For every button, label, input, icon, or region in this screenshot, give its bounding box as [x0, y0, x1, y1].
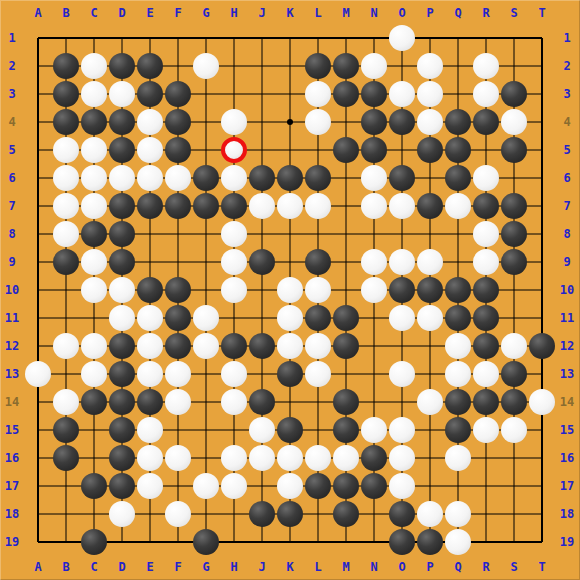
intersection-O11[interactable]	[388, 304, 416, 332]
intersection-J1[interactable]	[248, 24, 276, 52]
intersection-D5[interactable]	[108, 136, 136, 164]
intersection-C12[interactable]	[80, 332, 108, 360]
intersection-R14[interactable]	[472, 388, 500, 416]
intersection-K3[interactable]	[276, 80, 304, 108]
intersection-J16[interactable]	[248, 444, 276, 472]
intersection-T5[interactable]	[528, 136, 556, 164]
intersection-D9[interactable]	[108, 248, 136, 276]
intersection-P8[interactable]	[416, 220, 444, 248]
intersection-T2[interactable]	[528, 52, 556, 80]
intersection-K4[interactable]	[276, 108, 304, 136]
intersection-L12[interactable]	[304, 332, 332, 360]
intersection-H10[interactable]	[220, 276, 248, 304]
intersection-H11[interactable]	[220, 304, 248, 332]
intersection-N15[interactable]	[360, 416, 388, 444]
intersection-K7[interactable]	[276, 192, 304, 220]
intersection-K16[interactable]	[276, 444, 304, 472]
intersection-B13[interactable]	[52, 360, 80, 388]
intersection-O4[interactable]	[388, 108, 416, 136]
intersection-G11[interactable]	[192, 304, 220, 332]
intersection-L16[interactable]	[304, 444, 332, 472]
intersection-H8[interactable]	[220, 220, 248, 248]
intersection-J19[interactable]	[248, 528, 276, 556]
intersection-C10[interactable]	[80, 276, 108, 304]
intersection-P19[interactable]	[416, 528, 444, 556]
intersection-M5[interactable]	[332, 136, 360, 164]
intersection-A10[interactable]	[24, 276, 52, 304]
intersection-R4[interactable]	[472, 108, 500, 136]
intersection-G1[interactable]	[192, 24, 220, 52]
intersection-E3[interactable]	[136, 80, 164, 108]
intersection-O18[interactable]	[388, 500, 416, 528]
intersection-R1[interactable]	[472, 24, 500, 52]
intersection-M15[interactable]	[332, 416, 360, 444]
intersection-Q9[interactable]	[444, 248, 472, 276]
intersection-R3[interactable]	[472, 80, 500, 108]
intersection-B3[interactable]	[52, 80, 80, 108]
intersection-T18[interactable]	[528, 500, 556, 528]
intersection-O8[interactable]	[388, 220, 416, 248]
intersection-S13[interactable]	[500, 360, 528, 388]
intersection-L4[interactable]	[304, 108, 332, 136]
intersection-G19[interactable]	[192, 528, 220, 556]
intersection-L6[interactable]	[304, 164, 332, 192]
intersection-L8[interactable]	[304, 220, 332, 248]
intersection-F8[interactable]	[164, 220, 192, 248]
intersection-K19[interactable]	[276, 528, 304, 556]
intersection-M3[interactable]	[332, 80, 360, 108]
intersection-M14[interactable]	[332, 388, 360, 416]
intersection-B15[interactable]	[52, 416, 80, 444]
intersection-F3[interactable]	[164, 80, 192, 108]
intersection-T19[interactable]	[528, 528, 556, 556]
intersection-E13[interactable]	[136, 360, 164, 388]
intersection-J5[interactable]	[248, 136, 276, 164]
intersection-J10[interactable]	[248, 276, 276, 304]
intersection-S1[interactable]	[500, 24, 528, 52]
intersection-L14[interactable]	[304, 388, 332, 416]
intersection-O1[interactable]	[388, 24, 416, 52]
intersection-G12[interactable]	[192, 332, 220, 360]
intersection-S7[interactable]	[500, 192, 528, 220]
intersection-J13[interactable]	[248, 360, 276, 388]
intersection-A5[interactable]	[24, 136, 52, 164]
intersection-H3[interactable]	[220, 80, 248, 108]
intersection-F11[interactable]	[164, 304, 192, 332]
intersection-P15[interactable]	[416, 416, 444, 444]
intersection-T15[interactable]	[528, 416, 556, 444]
intersection-P10[interactable]	[416, 276, 444, 304]
intersection-K8[interactable]	[276, 220, 304, 248]
intersection-D3[interactable]	[108, 80, 136, 108]
intersection-E1[interactable]	[136, 24, 164, 52]
intersection-T6[interactable]	[528, 164, 556, 192]
intersection-F17[interactable]	[164, 472, 192, 500]
intersection-H4[interactable]	[220, 108, 248, 136]
intersection-C5[interactable]	[80, 136, 108, 164]
intersection-P13[interactable]	[416, 360, 444, 388]
intersection-A8[interactable]	[24, 220, 52, 248]
intersection-S11[interactable]	[500, 304, 528, 332]
intersection-E19[interactable]	[136, 528, 164, 556]
intersection-B14[interactable]	[52, 388, 80, 416]
intersection-R10[interactable]	[472, 276, 500, 304]
intersection-B8[interactable]	[52, 220, 80, 248]
intersection-T14[interactable]	[528, 388, 556, 416]
intersection-M18[interactable]	[332, 500, 360, 528]
intersection-T1[interactable]	[528, 24, 556, 52]
intersection-O10[interactable]	[388, 276, 416, 304]
intersection-T17[interactable]	[528, 472, 556, 500]
intersection-E7[interactable]	[136, 192, 164, 220]
intersection-O9[interactable]	[388, 248, 416, 276]
intersection-D1[interactable]	[108, 24, 136, 52]
intersection-S6[interactable]	[500, 164, 528, 192]
intersection-R8[interactable]	[472, 220, 500, 248]
intersection-J9[interactable]	[248, 248, 276, 276]
intersection-Q19[interactable]	[444, 528, 472, 556]
intersection-P7[interactable]	[416, 192, 444, 220]
intersection-A9[interactable]	[24, 248, 52, 276]
intersection-E15[interactable]	[136, 416, 164, 444]
intersection-N4[interactable]	[360, 108, 388, 136]
intersection-R5[interactable]	[472, 136, 500, 164]
intersection-M9[interactable]	[332, 248, 360, 276]
intersection-P4[interactable]	[416, 108, 444, 136]
intersection-C16[interactable]	[80, 444, 108, 472]
intersection-O14[interactable]	[388, 388, 416, 416]
intersection-A3[interactable]	[24, 80, 52, 108]
intersection-A17[interactable]	[24, 472, 52, 500]
intersection-G6[interactable]	[192, 164, 220, 192]
intersection-N11[interactable]	[360, 304, 388, 332]
intersection-S19[interactable]	[500, 528, 528, 556]
intersection-G14[interactable]	[192, 388, 220, 416]
intersection-R6[interactable]	[472, 164, 500, 192]
intersection-B17[interactable]	[52, 472, 80, 500]
intersection-O3[interactable]	[388, 80, 416, 108]
intersection-S16[interactable]	[500, 444, 528, 472]
intersection-B6[interactable]	[52, 164, 80, 192]
intersection-N7[interactable]	[360, 192, 388, 220]
intersection-J17[interactable]	[248, 472, 276, 500]
intersection-Q18[interactable]	[444, 500, 472, 528]
intersection-S15[interactable]	[500, 416, 528, 444]
intersection-A4[interactable]	[24, 108, 52, 136]
intersection-S10[interactable]	[500, 276, 528, 304]
intersection-Q16[interactable]	[444, 444, 472, 472]
intersection-O13[interactable]	[388, 360, 416, 388]
intersection-A16[interactable]	[24, 444, 52, 472]
intersection-L17[interactable]	[304, 472, 332, 500]
intersection-F15[interactable]	[164, 416, 192, 444]
intersection-M16[interactable]	[332, 444, 360, 472]
intersection-P2[interactable]	[416, 52, 444, 80]
intersection-D7[interactable]	[108, 192, 136, 220]
intersection-D18[interactable]	[108, 500, 136, 528]
intersection-C4[interactable]	[80, 108, 108, 136]
intersection-E5[interactable]	[136, 136, 164, 164]
intersection-N3[interactable]	[360, 80, 388, 108]
intersection-L9[interactable]	[304, 248, 332, 276]
intersection-H17[interactable]	[220, 472, 248, 500]
intersection-K12[interactable]	[276, 332, 304, 360]
intersection-C18[interactable]	[80, 500, 108, 528]
intersection-M17[interactable]	[332, 472, 360, 500]
intersection-D2[interactable]	[108, 52, 136, 80]
intersection-L18[interactable]	[304, 500, 332, 528]
intersection-J18[interactable]	[248, 500, 276, 528]
intersection-K9[interactable]	[276, 248, 304, 276]
intersection-L2[interactable]	[304, 52, 332, 80]
intersection-B18[interactable]	[52, 500, 80, 528]
intersection-L11[interactable]	[304, 304, 332, 332]
intersection-O17[interactable]	[388, 472, 416, 500]
intersection-D4[interactable]	[108, 108, 136, 136]
intersection-B12[interactable]	[52, 332, 80, 360]
intersection-C1[interactable]	[80, 24, 108, 52]
intersection-P11[interactable]	[416, 304, 444, 332]
intersection-G18[interactable]	[192, 500, 220, 528]
intersection-A1[interactable]	[24, 24, 52, 52]
intersection-H19[interactable]	[220, 528, 248, 556]
intersection-E12[interactable]	[136, 332, 164, 360]
intersection-Q10[interactable]	[444, 276, 472, 304]
intersection-F18[interactable]	[164, 500, 192, 528]
intersection-M13[interactable]	[332, 360, 360, 388]
intersection-B7[interactable]	[52, 192, 80, 220]
intersection-R19[interactable]	[472, 528, 500, 556]
intersection-L5[interactable]	[304, 136, 332, 164]
intersection-F16[interactable]	[164, 444, 192, 472]
intersection-N5[interactable]	[360, 136, 388, 164]
intersection-S14[interactable]	[500, 388, 528, 416]
intersection-C6[interactable]	[80, 164, 108, 192]
intersection-O6[interactable]	[388, 164, 416, 192]
intersection-C2[interactable]	[80, 52, 108, 80]
intersection-E8[interactable]	[136, 220, 164, 248]
intersection-G17[interactable]	[192, 472, 220, 500]
intersection-E10[interactable]	[136, 276, 164, 304]
intersection-P5[interactable]	[416, 136, 444, 164]
intersection-A14[interactable]	[24, 388, 52, 416]
intersection-E16[interactable]	[136, 444, 164, 472]
intersection-R12[interactable]	[472, 332, 500, 360]
intersection-E9[interactable]	[136, 248, 164, 276]
intersection-Q5[interactable]	[444, 136, 472, 164]
intersection-B5[interactable]	[52, 136, 80, 164]
intersection-P1[interactable]	[416, 24, 444, 52]
intersection-Q6[interactable]	[444, 164, 472, 192]
intersection-B10[interactable]	[52, 276, 80, 304]
intersection-T7[interactable]	[528, 192, 556, 220]
intersection-F7[interactable]	[164, 192, 192, 220]
intersection-C19[interactable]	[80, 528, 108, 556]
intersection-Q8[interactable]	[444, 220, 472, 248]
intersection-J3[interactable]	[248, 80, 276, 108]
intersection-F10[interactable]	[164, 276, 192, 304]
intersection-Q17[interactable]	[444, 472, 472, 500]
intersection-R9[interactable]	[472, 248, 500, 276]
intersection-Q11[interactable]	[444, 304, 472, 332]
intersection-O12[interactable]	[388, 332, 416, 360]
intersection-Q7[interactable]	[444, 192, 472, 220]
intersection-P14[interactable]	[416, 388, 444, 416]
intersection-S12[interactable]	[500, 332, 528, 360]
intersection-S8[interactable]	[500, 220, 528, 248]
intersection-G16[interactable]	[192, 444, 220, 472]
intersection-A13[interactable]	[24, 360, 52, 388]
intersection-G15[interactable]	[192, 416, 220, 444]
intersection-F12[interactable]	[164, 332, 192, 360]
intersection-N18[interactable]	[360, 500, 388, 528]
intersection-M11[interactable]	[332, 304, 360, 332]
intersection-C3[interactable]	[80, 80, 108, 108]
intersection-H7[interactable]	[220, 192, 248, 220]
intersection-H13[interactable]	[220, 360, 248, 388]
intersection-M12[interactable]	[332, 332, 360, 360]
intersection-C11[interactable]	[80, 304, 108, 332]
intersection-S9[interactable]	[500, 248, 528, 276]
intersection-H2[interactable]	[220, 52, 248, 80]
intersection-S2[interactable]	[500, 52, 528, 80]
intersection-Q15[interactable]	[444, 416, 472, 444]
intersection-D14[interactable]	[108, 388, 136, 416]
intersection-T11[interactable]	[528, 304, 556, 332]
intersection-N9[interactable]	[360, 248, 388, 276]
intersection-N2[interactable]	[360, 52, 388, 80]
intersection-D6[interactable]	[108, 164, 136, 192]
intersection-H1[interactable]	[220, 24, 248, 52]
intersection-P17[interactable]	[416, 472, 444, 500]
intersection-L13[interactable]	[304, 360, 332, 388]
intersection-K6[interactable]	[276, 164, 304, 192]
intersection-T16[interactable]	[528, 444, 556, 472]
intersection-F19[interactable]	[164, 528, 192, 556]
intersection-P3[interactable]	[416, 80, 444, 108]
intersection-S4[interactable]	[500, 108, 528, 136]
intersection-D10[interactable]	[108, 276, 136, 304]
intersection-E4[interactable]	[136, 108, 164, 136]
intersection-T3[interactable]	[528, 80, 556, 108]
intersection-H18[interactable]	[220, 500, 248, 528]
intersection-O5[interactable]	[388, 136, 416, 164]
intersection-L7[interactable]	[304, 192, 332, 220]
intersection-B4[interactable]	[52, 108, 80, 136]
intersection-E2[interactable]	[136, 52, 164, 80]
intersection-N12[interactable]	[360, 332, 388, 360]
intersection-K11[interactable]	[276, 304, 304, 332]
intersection-D19[interactable]	[108, 528, 136, 556]
intersection-R2[interactable]	[472, 52, 500, 80]
intersection-P9[interactable]	[416, 248, 444, 276]
intersection-H14[interactable]	[220, 388, 248, 416]
intersection-O15[interactable]	[388, 416, 416, 444]
intersection-D15[interactable]	[108, 416, 136, 444]
intersection-M2[interactable]	[332, 52, 360, 80]
intersection-C9[interactable]	[80, 248, 108, 276]
intersection-F5[interactable]	[164, 136, 192, 164]
intersection-H16[interactable]	[220, 444, 248, 472]
intersection-G5[interactable]	[192, 136, 220, 164]
intersection-J11[interactable]	[248, 304, 276, 332]
intersection-K18[interactable]	[276, 500, 304, 528]
intersection-D8[interactable]	[108, 220, 136, 248]
intersection-S18[interactable]	[500, 500, 528, 528]
intersection-H6[interactable]	[220, 164, 248, 192]
intersection-J14[interactable]	[248, 388, 276, 416]
intersection-M19[interactable]	[332, 528, 360, 556]
intersection-O2[interactable]	[388, 52, 416, 80]
intersection-Q3[interactable]	[444, 80, 472, 108]
intersection-K17[interactable]	[276, 472, 304, 500]
intersection-T4[interactable]	[528, 108, 556, 136]
intersection-A7[interactable]	[24, 192, 52, 220]
intersection-K13[interactable]	[276, 360, 304, 388]
intersection-R18[interactable]	[472, 500, 500, 528]
intersection-F2[interactable]	[164, 52, 192, 80]
intersection-J12[interactable]	[248, 332, 276, 360]
intersection-K5[interactable]	[276, 136, 304, 164]
intersection-C13[interactable]	[80, 360, 108, 388]
intersection-P6[interactable]	[416, 164, 444, 192]
intersection-A12[interactable]	[24, 332, 52, 360]
intersection-Q14[interactable]	[444, 388, 472, 416]
intersection-J6[interactable]	[248, 164, 276, 192]
intersection-N19[interactable]	[360, 528, 388, 556]
intersection-A15[interactable]	[24, 416, 52, 444]
intersection-K15[interactable]	[276, 416, 304, 444]
intersection-F4[interactable]	[164, 108, 192, 136]
intersection-E14[interactable]	[136, 388, 164, 416]
intersection-N8[interactable]	[360, 220, 388, 248]
intersection-M10[interactable]	[332, 276, 360, 304]
intersection-Q4[interactable]	[444, 108, 472, 136]
intersection-T12[interactable]	[528, 332, 556, 360]
intersection-F1[interactable]	[164, 24, 192, 52]
intersection-H9[interactable]	[220, 248, 248, 276]
intersection-C14[interactable]	[80, 388, 108, 416]
intersection-L19[interactable]	[304, 528, 332, 556]
intersection-A18[interactable]	[24, 500, 52, 528]
intersection-G2[interactable]	[192, 52, 220, 80]
intersection-S17[interactable]	[500, 472, 528, 500]
intersection-B16[interactable]	[52, 444, 80, 472]
intersection-L10[interactable]	[304, 276, 332, 304]
intersection-J2[interactable]	[248, 52, 276, 80]
intersection-G10[interactable]	[192, 276, 220, 304]
intersection-O7[interactable]	[388, 192, 416, 220]
intersection-N10[interactable]	[360, 276, 388, 304]
intersection-A6[interactable]	[24, 164, 52, 192]
intersection-C7[interactable]	[80, 192, 108, 220]
intersection-K10[interactable]	[276, 276, 304, 304]
intersection-M6[interactable]	[332, 164, 360, 192]
intersection-E6[interactable]	[136, 164, 164, 192]
intersection-T9[interactable]	[528, 248, 556, 276]
intersection-M7[interactable]	[332, 192, 360, 220]
intersection-B1[interactable]	[52, 24, 80, 52]
intersection-M1[interactable]	[332, 24, 360, 52]
intersection-D17[interactable]	[108, 472, 136, 500]
intersection-G7[interactable]	[192, 192, 220, 220]
intersection-D11[interactable]	[108, 304, 136, 332]
intersection-Q12[interactable]	[444, 332, 472, 360]
intersection-H12[interactable]	[220, 332, 248, 360]
intersection-L3[interactable]	[304, 80, 332, 108]
intersection-R13[interactable]	[472, 360, 500, 388]
intersection-T10[interactable]	[528, 276, 556, 304]
